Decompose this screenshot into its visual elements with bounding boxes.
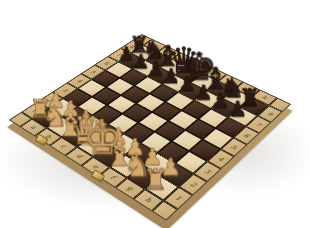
white-rook-h1[interactable]: ♜: [130, 164, 181, 193]
black-pawn-h7[interactable]: ♟: [215, 99, 260, 120]
chess-set-photo: abcdefgh8♜♞♝♛♚♝♞♜87♟♟♟♟♟♟♟♟7665544332♟♟♟…: [0, 0, 310, 228]
